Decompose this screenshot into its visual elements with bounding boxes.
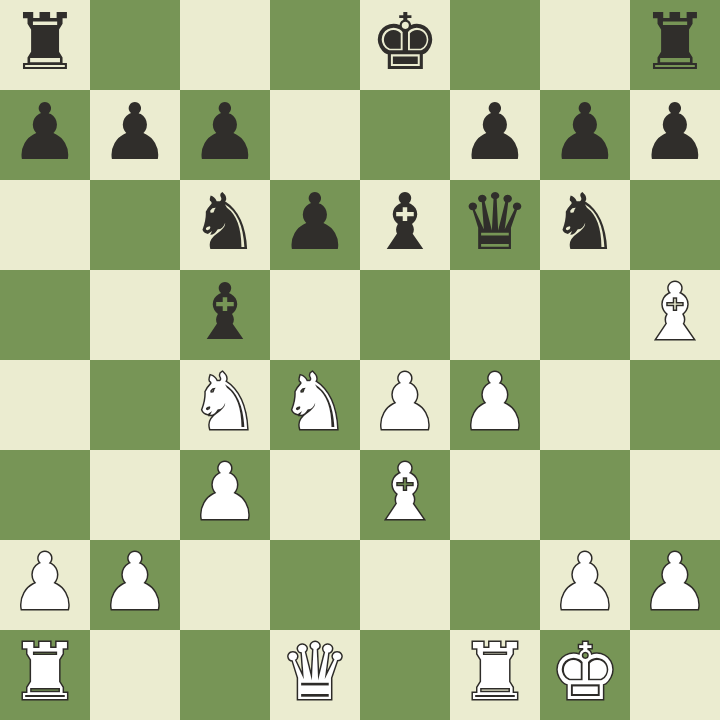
black-queen[interactable]: ♛	[460, 180, 530, 267]
square-f6[interactable]: ♛	[450, 180, 540, 270]
square-f7[interactable]: ♟	[450, 90, 540, 180]
square-f8[interactable]	[450, 0, 540, 90]
black-bishop[interactable]: ♝	[190, 270, 260, 357]
black-pawn[interactable]: ♟	[190, 90, 260, 177]
square-d3[interactable]	[270, 450, 360, 540]
white-pawn[interactable]: ♟	[100, 540, 170, 627]
square-d2[interactable]	[270, 540, 360, 630]
black-knight[interactable]: ♞	[190, 180, 260, 267]
white-pawn[interactable]: ♟	[460, 360, 530, 447]
square-f3[interactable]	[450, 450, 540, 540]
square-b6[interactable]	[90, 180, 180, 270]
square-h8[interactable]: ♜	[630, 0, 720, 90]
square-b5[interactable]	[90, 270, 180, 360]
square-e2[interactable]	[360, 540, 450, 630]
black-pawn[interactable]: ♟	[10, 90, 80, 177]
square-d6[interactable]: ♟	[270, 180, 360, 270]
black-rook[interactable]: ♜	[640, 0, 710, 87]
white-pawn[interactable]: ♟	[550, 540, 620, 627]
white-rook[interactable]: ♜	[10, 630, 80, 717]
square-c3[interactable]: ♟	[180, 450, 270, 540]
square-g6[interactable]: ♞	[540, 180, 630, 270]
square-h5[interactable]: ♝	[630, 270, 720, 360]
chess-board: ♜♚♜♟♟♟♟♟♟♞♟♝♛♞♝♝♞♞♟♟♟♝♟♟♟♟♜♛♜♚	[0, 0, 720, 720]
square-a5[interactable]	[0, 270, 90, 360]
square-f4[interactable]: ♟	[450, 360, 540, 450]
square-a3[interactable]	[0, 450, 90, 540]
square-g4[interactable]	[540, 360, 630, 450]
black-pawn[interactable]: ♟	[550, 90, 620, 177]
square-d1[interactable]: ♛	[270, 630, 360, 720]
square-a7[interactable]: ♟	[0, 90, 90, 180]
square-d5[interactable]	[270, 270, 360, 360]
square-h7[interactable]: ♟	[630, 90, 720, 180]
square-a8[interactable]: ♜	[0, 0, 90, 90]
square-d7[interactable]	[270, 90, 360, 180]
square-b7[interactable]: ♟	[90, 90, 180, 180]
black-rook[interactable]: ♜	[10, 0, 80, 87]
square-g7[interactable]: ♟	[540, 90, 630, 180]
square-f1[interactable]: ♜	[450, 630, 540, 720]
square-b2[interactable]: ♟	[90, 540, 180, 630]
white-knight[interactable]: ♞	[190, 360, 260, 447]
black-pawn[interactable]: ♟	[460, 90, 530, 177]
black-pawn[interactable]: ♟	[100, 90, 170, 177]
black-pawn[interactable]: ♟	[640, 90, 710, 177]
square-e4[interactable]: ♟	[360, 360, 450, 450]
square-g8[interactable]	[540, 0, 630, 90]
white-rook[interactable]: ♜	[460, 630, 530, 717]
square-d4[interactable]: ♞	[270, 360, 360, 450]
square-h3[interactable]	[630, 450, 720, 540]
square-d8[interactable]	[270, 0, 360, 90]
square-f5[interactable]	[450, 270, 540, 360]
white-pawn[interactable]: ♟	[640, 540, 710, 627]
square-e1[interactable]	[360, 630, 450, 720]
square-a6[interactable]	[0, 180, 90, 270]
square-c5[interactable]: ♝	[180, 270, 270, 360]
square-b4[interactable]	[90, 360, 180, 450]
white-pawn[interactable]: ♟	[10, 540, 80, 627]
square-c1[interactable]	[180, 630, 270, 720]
white-pawn[interactable]: ♟	[190, 450, 260, 537]
square-b8[interactable]	[90, 0, 180, 90]
black-pawn[interactable]: ♟	[280, 180, 350, 267]
square-b1[interactable]	[90, 630, 180, 720]
square-f2[interactable]	[450, 540, 540, 630]
square-h4[interactable]	[630, 360, 720, 450]
white-queen[interactable]: ♛	[280, 630, 350, 717]
square-a1[interactable]: ♜	[0, 630, 90, 720]
square-h1[interactable]	[630, 630, 720, 720]
square-g3[interactable]	[540, 450, 630, 540]
square-a4[interactable]	[0, 360, 90, 450]
square-a2[interactable]: ♟	[0, 540, 90, 630]
square-g1[interactable]: ♚	[540, 630, 630, 720]
square-e7[interactable]	[360, 90, 450, 180]
white-bishop[interactable]: ♝	[640, 270, 710, 357]
black-king[interactable]: ♚	[370, 0, 440, 87]
square-e8[interactable]: ♚	[360, 0, 450, 90]
square-c6[interactable]: ♞	[180, 180, 270, 270]
square-b3[interactable]	[90, 450, 180, 540]
square-e5[interactable]	[360, 270, 450, 360]
square-g2[interactable]: ♟	[540, 540, 630, 630]
square-h2[interactable]: ♟	[630, 540, 720, 630]
square-c8[interactable]	[180, 0, 270, 90]
white-knight[interactable]: ♞	[280, 360, 350, 447]
square-g5[interactable]	[540, 270, 630, 360]
white-king[interactable]: ♚	[550, 630, 620, 717]
square-c2[interactable]	[180, 540, 270, 630]
square-c7[interactable]: ♟	[180, 90, 270, 180]
white-pawn[interactable]: ♟	[370, 360, 440, 447]
square-e3[interactable]: ♝	[360, 450, 450, 540]
black-bishop[interactable]: ♝	[370, 180, 440, 267]
square-c4[interactable]: ♞	[180, 360, 270, 450]
black-knight[interactable]: ♞	[550, 180, 620, 267]
white-bishop[interactable]: ♝	[370, 450, 440, 537]
square-h6[interactable]	[630, 180, 720, 270]
square-e6[interactable]: ♝	[360, 180, 450, 270]
